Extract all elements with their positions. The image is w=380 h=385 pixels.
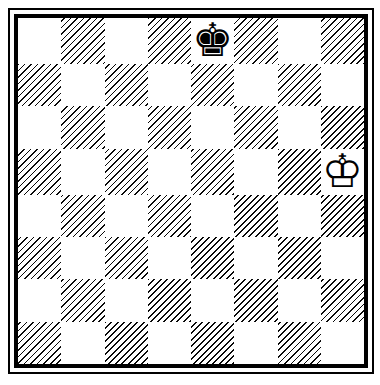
square-b2[interactable] <box>61 279 104 321</box>
square-f6[interactable] <box>234 106 277 148</box>
square-g6[interactable] <box>278 106 321 148</box>
diagram-inner-frame: ♚♔ <box>14 14 368 368</box>
square-h8[interactable] <box>321 18 364 64</box>
square-c1[interactable] <box>105 322 148 364</box>
square-h7[interactable] <box>321 64 364 106</box>
diagram-outer-frame: ♚♔ <box>8 8 374 374</box>
square-a2[interactable] <box>18 279 61 321</box>
square-f2[interactable] <box>234 279 277 321</box>
square-e3[interactable] <box>191 237 234 279</box>
square-a1[interactable] <box>18 322 61 364</box>
white-king[interactable]: ♔ <box>322 148 363 194</box>
square-c5[interactable] <box>105 149 148 195</box>
square-c2[interactable] <box>105 279 148 321</box>
square-b1[interactable] <box>61 322 104 364</box>
black-king[interactable]: ♚ <box>192 17 233 63</box>
square-f3[interactable] <box>234 237 277 279</box>
chess-diagram-page: ♚♔ <box>0 0 380 385</box>
square-a3[interactable] <box>18 237 61 279</box>
square-g1[interactable] <box>278 322 321 364</box>
square-f5[interactable] <box>234 149 277 195</box>
square-h6[interactable] <box>321 106 364 148</box>
square-e5[interactable] <box>191 149 234 195</box>
square-d2[interactable] <box>148 279 191 321</box>
square-e1[interactable] <box>191 322 234 364</box>
square-g4[interactable] <box>278 195 321 237</box>
square-a8[interactable] <box>18 18 61 64</box>
square-f8[interactable] <box>234 18 277 64</box>
square-b8[interactable] <box>61 18 104 64</box>
square-h3[interactable] <box>321 237 364 279</box>
square-g7[interactable] <box>278 64 321 106</box>
square-d4[interactable] <box>148 195 191 237</box>
square-f4[interactable] <box>234 195 277 237</box>
square-e2[interactable] <box>191 279 234 321</box>
square-d5[interactable] <box>148 149 191 195</box>
square-c4[interactable] <box>105 195 148 237</box>
square-d6[interactable] <box>148 106 191 148</box>
square-b6[interactable] <box>61 106 104 148</box>
square-e7[interactable] <box>191 64 234 106</box>
square-b3[interactable] <box>61 237 104 279</box>
square-a5[interactable] <box>18 149 61 195</box>
square-e4[interactable] <box>191 195 234 237</box>
square-c8[interactable] <box>105 18 148 64</box>
square-h4[interactable] <box>321 195 364 237</box>
square-d1[interactable] <box>148 322 191 364</box>
square-b5[interactable] <box>61 149 104 195</box>
square-a6[interactable] <box>18 106 61 148</box>
square-c6[interactable] <box>105 106 148 148</box>
square-d7[interactable] <box>148 64 191 106</box>
square-b4[interactable] <box>61 195 104 237</box>
square-f1[interactable] <box>234 322 277 364</box>
square-c7[interactable] <box>105 64 148 106</box>
square-g5[interactable] <box>278 149 321 195</box>
square-d3[interactable] <box>148 237 191 279</box>
square-e8[interactable]: ♚ <box>191 18 234 64</box>
square-e6[interactable] <box>191 106 234 148</box>
square-a4[interactable] <box>18 195 61 237</box>
chess-board: ♚♔ <box>18 18 364 364</box>
square-h2[interactable] <box>321 279 364 321</box>
square-g8[interactable] <box>278 18 321 64</box>
square-f7[interactable] <box>234 64 277 106</box>
square-a7[interactable] <box>18 64 61 106</box>
square-b7[interactable] <box>61 64 104 106</box>
square-g2[interactable] <box>278 279 321 321</box>
square-h5[interactable]: ♔ <box>321 149 364 195</box>
square-d8[interactable] <box>148 18 191 64</box>
square-h1[interactable] <box>321 322 364 364</box>
square-c3[interactable] <box>105 237 148 279</box>
square-g3[interactable] <box>278 237 321 279</box>
